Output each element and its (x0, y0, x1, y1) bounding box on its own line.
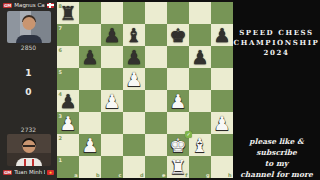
square-h1[interactable]: h (211, 156, 233, 178)
square-c5[interactable] (101, 68, 123, 90)
square-a7[interactable]: 7 (57, 24, 79, 46)
overlay-panel: SPEED CHESS CHAMPIONSHIP 2024 please lik… (233, 0, 320, 180)
square-e3[interactable] (145, 112, 167, 134)
square-d3[interactable] (123, 112, 145, 134)
square-b5[interactable] (79, 68, 101, 90)
square-g6[interactable]: ♟ (189, 46, 211, 68)
square-g2[interactable]: ♝ (189, 134, 211, 156)
square-f5[interactable] (167, 68, 189, 90)
avatar-lanyard (24, 159, 34, 166)
square-h6[interactable] (211, 46, 233, 68)
square-c2[interactable] (101, 134, 123, 156)
event-title: SPEED CHESS CHAMPIONSHIP 2024 (233, 28, 320, 58)
square-f4[interactable]: ♟ (167, 90, 189, 112)
rank-label: 1 (59, 157, 62, 163)
square-a2[interactable]: 2 (57, 134, 79, 156)
gm-title-badge: GM (3, 170, 12, 175)
players-sidebar: GM Magnus Carlsen 2850 1 0 2732 (0, 0, 57, 180)
square-e5[interactable] (145, 68, 167, 90)
subscribe-line: channel for more (233, 169, 320, 180)
square-f2[interactable]: ♚✓ (167, 134, 189, 156)
best-move-badge-icon: ✓ (185, 131, 192, 138)
file-label: b (96, 172, 100, 178)
white-pawn: ♟ (167, 90, 189, 112)
square-e1[interactable]: e (145, 156, 167, 178)
board-column: 8♜7♟♝♚♟6♟♟♟5♟4♟♟♟3♟♟2♟♚✓♝1abcdef♜gh (57, 0, 233, 180)
bottom-player-score: 0 (0, 87, 57, 97)
file-label: f (185, 172, 187, 178)
square-f1[interactable]: f♜ (167, 156, 189, 178)
bottom-player-row: GM Tuan Minh Le ★ (0, 167, 57, 177)
square-c1[interactable]: c (101, 156, 123, 178)
rank-label: 8 (59, 3, 62, 9)
square-a8[interactable]: 8♜ (57, 2, 79, 24)
square-g8[interactable] (189, 2, 211, 24)
white-pawn: ♟ (123, 68, 145, 90)
square-b3[interactable] (79, 112, 101, 134)
rank-label: 4 (59, 91, 62, 97)
bottom-player-card: 2732 GM Tuan Minh Le ★ (0, 126, 57, 177)
black-pawn: ♟ (101, 24, 123, 46)
bottom-player-name: Tuan Minh Le (14, 169, 45, 175)
top-player-card: GM Magnus Carlsen 2850 (0, 0, 57, 51)
white-pawn: ♟ (79, 134, 101, 156)
rank-label: 6 (59, 47, 62, 53)
square-f8[interactable] (167, 2, 189, 24)
subscribe-line: please like & subscribe (233, 136, 320, 158)
square-e7[interactable] (145, 24, 167, 46)
event-title-line: CHAMPIONSHIP (233, 38, 320, 48)
square-a6[interactable]: 6 (57, 46, 79, 68)
file-label: d (140, 172, 144, 178)
square-b6[interactable]: ♟ (79, 46, 101, 68)
square-g5[interactable] (189, 68, 211, 90)
square-f6[interactable] (167, 46, 189, 68)
square-e8[interactable] (145, 2, 167, 24)
file-label: h (228, 172, 232, 178)
rank-label: 7 (59, 25, 62, 31)
top-player-score: 1 (0, 68, 57, 78)
square-h7[interactable]: ♟ (211, 24, 233, 46)
bottom-player-avatar (7, 134, 51, 166)
square-c3[interactable] (101, 112, 123, 134)
avatar-glasses (23, 145, 35, 147)
square-g3[interactable] (189, 112, 211, 134)
square-b8[interactable] (79, 2, 101, 24)
square-h8[interactable] (211, 2, 233, 24)
top-player-row: GM Magnus Carlsen (0, 0, 57, 10)
file-label: a (74, 172, 77, 178)
square-g1[interactable]: g (189, 156, 211, 178)
square-c6[interactable] (101, 46, 123, 68)
match-score: 1 0 (0, 68, 57, 97)
black-pawn: ♟ (79, 46, 101, 68)
white-bishop: ♝ (189, 134, 211, 156)
square-b2[interactable]: ♟ (79, 134, 101, 156)
avatar-head (22, 17, 35, 30)
square-c8[interactable] (101, 2, 123, 24)
rank-label: 5 (59, 69, 62, 75)
square-d5[interactable]: ♟ (123, 68, 145, 90)
event-title-line: 2024 (233, 48, 320, 58)
top-player-name: Magnus Carlsen (14, 2, 45, 8)
black-king: ♚ (167, 24, 189, 46)
square-d6[interactable]: ♟ (123, 46, 145, 68)
black-pawn: ♟ (211, 24, 233, 46)
subscribe-text: please like & subscribe to my channel fo… (233, 136, 320, 180)
video-frame: GM Magnus Carlsen 2850 1 0 2732 (0, 0, 320, 180)
square-a4[interactable]: 4♟ (57, 90, 79, 112)
square-h2[interactable] (211, 134, 233, 156)
square-d1[interactable]: d (123, 156, 145, 178)
square-g4[interactable] (189, 90, 211, 112)
file-label: g (206, 172, 210, 178)
vietnam-flag-icon: ★ (47, 170, 54, 175)
square-e2[interactable] (145, 134, 167, 156)
square-a5[interactable]: 5 (57, 68, 79, 90)
square-h5[interactable] (211, 68, 233, 90)
square-h4[interactable] (211, 90, 233, 112)
square-a3[interactable]: 3♟ (57, 112, 79, 134)
white-pawn: ♟ (101, 90, 123, 112)
file-label: e (162, 172, 165, 178)
bottom-player-rating: 2732 (0, 126, 57, 133)
rank-label: 3 (59, 113, 62, 119)
square-c7[interactable]: ♟ (101, 24, 123, 46)
black-bishop: ♝ (123, 24, 145, 46)
subscribe-line: to my (233, 158, 320, 169)
square-d4[interactable] (123, 90, 145, 112)
file-label: c (119, 172, 122, 178)
white-pawn: ♟ (211, 112, 233, 134)
square-g7[interactable] (189, 24, 211, 46)
black-pawn: ♟ (123, 46, 145, 68)
square-a1[interactable]: 1a (57, 156, 79, 178)
square-h3[interactable]: ♟ (211, 112, 233, 134)
avatar-torso (16, 35, 42, 43)
square-c4[interactable]: ♟ (101, 90, 123, 112)
square-d7[interactable]: ♝ (123, 24, 145, 46)
square-b7[interactable] (79, 24, 101, 46)
chess-board: 8♜7♟♝♚♟6♟♟♟5♟4♟♟♟3♟♟2♟♚✓♝1abcdef♜gh (57, 2, 233, 178)
square-b4[interactable] (79, 90, 101, 112)
rank-label: 2 (59, 135, 62, 141)
square-b1[interactable]: b (79, 156, 101, 178)
square-f7[interactable]: ♚ (167, 24, 189, 46)
square-e6[interactable] (145, 46, 167, 68)
square-d8[interactable] (123, 2, 145, 24)
top-player-avatar (7, 11, 51, 43)
black-pawn: ♟ (189, 46, 211, 68)
gm-title-badge: GM (3, 3, 12, 8)
square-e4[interactable] (145, 90, 167, 112)
event-title-line: SPEED CHESS (233, 28, 320, 38)
square-d2[interactable] (123, 134, 145, 156)
top-player-rating: 2850 (0, 44, 57, 51)
norway-flag-icon (47, 3, 54, 8)
